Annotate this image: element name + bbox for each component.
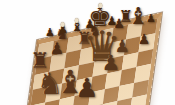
piece-far-pawn: ♟ — [107, 15, 118, 27]
bone-finial — [61, 22, 65, 27]
piece-far-pawn: ♟ — [138, 32, 151, 46]
piece-far-pawn: ♟ — [58, 23, 69, 35]
piece-near-pawn: ♟ — [102, 53, 121, 74]
piece-far-bishop: ♝ — [71, 19, 84, 33]
piece-far-pawn: ♟ — [45, 27, 55, 38]
piece-far-pawn: ♟ — [146, 13, 156, 24]
piece-near-pawn: ♟ — [50, 41, 64, 57]
chess-set-photo[interactable]: ♜♞♟♝♟♛♟♟♟♜♞♞♟♟♝♟♚♟♜♝♟♟ — [0, 0, 175, 105]
piece-near-pawn: ♟ — [75, 75, 98, 101]
pieces-layer: ♜♞♟♝♟♛♟♟♟♜♞♞♟♟♝♟♚♟♜♝♟♟ — [0, 0, 175, 105]
bone-finial — [75, 18, 79, 23]
piece-near-pawn: ♟ — [114, 38, 129, 55]
bone-finial — [98, 3, 102, 8]
